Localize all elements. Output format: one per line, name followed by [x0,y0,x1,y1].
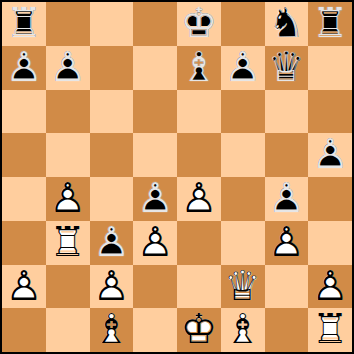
square-b1[interactable] [46,308,90,352]
white-rook-outline: ♖ [46,221,90,265]
square-h5[interactable]: ♟♙ [308,133,352,177]
square-c2[interactable]: ♟♙ [90,265,134,309]
white-queen-outline: ♕ [221,265,265,309]
square-b5[interactable] [46,133,90,177]
square-e8[interactable]: ♚♔ [177,2,221,46]
square-e4[interactable]: ♟♙ [177,177,221,221]
piece-white-bishop[interactable]: ♝♗ [90,308,134,352]
square-b4[interactable]: ♟♙ [46,177,90,221]
square-d7[interactable] [133,46,177,90]
black-pawn-outline: ♙ [46,46,90,90]
piece-white-pawn[interactable]: ♟♙ [2,265,46,309]
square-d6[interactable] [133,90,177,134]
white-king-outline: ♔ [177,308,221,352]
square-d8[interactable] [133,2,177,46]
square-h3[interactable] [308,221,352,265]
piece-black-pawn[interactable]: ♟♙ [221,46,265,90]
black-pawn-outline: ♙ [2,46,46,90]
square-h2[interactable]: ♟♙ [308,265,352,309]
white-pawn-outline: ♙ [308,265,352,309]
piece-black-queen[interactable]: ♛♕ [265,46,309,90]
square-c6[interactable] [90,90,134,134]
square-e5[interactable] [177,133,221,177]
square-g6[interactable] [265,90,309,134]
square-h1[interactable]: ♜♖ [308,308,352,352]
white-pawn-outline: ♙ [177,177,221,221]
piece-black-king[interactable]: ♚♔ [177,2,221,46]
white-pawn-outline: ♙ [265,221,309,265]
square-g5[interactable] [265,133,309,177]
square-g8[interactable]: ♞♘ [265,2,309,46]
piece-black-pawn[interactable]: ♟♙ [46,46,90,90]
square-a2[interactable]: ♟♙ [2,265,46,309]
white-pawn-outline: ♙ [46,177,90,221]
chess-board: ♜♖♚♔♞♘♜♖♟♙♟♙♝♗♟♙♛♕♟♙♟♙♟♙♟♙♟♙♜♖♟♙♟♙♟♙♟♙♟♙… [2,2,352,352]
square-g7[interactable]: ♛♕ [265,46,309,90]
square-g1[interactable] [265,308,309,352]
square-b8[interactable] [46,2,90,46]
black-rook-outline: ♖ [308,2,352,46]
square-c3[interactable]: ♟♙ [90,221,134,265]
black-queen-outline: ♕ [265,46,309,90]
square-a1[interactable] [2,308,46,352]
black-rook-outline: ♖ [2,2,46,46]
square-f8[interactable] [221,2,265,46]
white-rook-outline: ♖ [308,308,352,352]
square-d1[interactable] [133,308,177,352]
square-a5[interactable] [2,133,46,177]
square-f2[interactable]: ♛♕ [221,265,265,309]
square-e6[interactable] [177,90,221,134]
square-a4[interactable] [2,177,46,221]
chess-board-frame: ♜♖♚♔♞♘♜♖♟♙♟♙♝♗♟♙♛♕♟♙♟♙♟♙♟♙♟♙♜♖♟♙♟♙♟♙♟♙♟♙… [0,0,354,354]
square-d2[interactable] [133,265,177,309]
piece-black-knight[interactable]: ♞♘ [265,2,309,46]
piece-black-pawn[interactable]: ♟♙ [90,221,134,265]
black-pawn-outline: ♙ [308,133,352,177]
piece-black-bishop[interactable]: ♝♗ [177,46,221,90]
white-bishop-outline: ♗ [221,308,265,352]
square-d4[interactable]: ♟♙ [133,177,177,221]
black-pawn-outline: ♙ [90,221,134,265]
square-f4[interactable] [221,177,265,221]
square-b3[interactable]: ♜♖ [46,221,90,265]
piece-white-pawn[interactable]: ♟♙ [90,265,134,309]
square-g3[interactable]: ♟♙ [265,221,309,265]
square-e2[interactable] [177,265,221,309]
square-f3[interactable] [221,221,265,265]
square-b7[interactable]: ♟♙ [46,46,90,90]
black-king-outline: ♔ [177,2,221,46]
square-a8[interactable]: ♜♖ [2,2,46,46]
black-bishop-outline: ♗ [177,46,221,90]
square-b6[interactable] [46,90,90,134]
square-g4[interactable]: ♟♙ [265,177,309,221]
white-pawn-outline: ♙ [2,265,46,309]
square-e7[interactable]: ♝♗ [177,46,221,90]
piece-white-pawn[interactable]: ♟♙ [133,221,177,265]
black-pawn-outline: ♙ [133,177,177,221]
square-h7[interactable] [308,46,352,90]
piece-white-pawn[interactable]: ♟♙ [265,221,309,265]
square-f5[interactable] [221,133,265,177]
piece-white-pawn[interactable]: ♟♙ [308,265,352,309]
square-a6[interactable] [2,90,46,134]
piece-white-queen[interactable]: ♛♕ [221,265,265,309]
black-knight-outline: ♘ [265,2,309,46]
white-pawn-outline: ♙ [133,221,177,265]
square-g2[interactable] [265,265,309,309]
piece-white-pawn[interactable]: ♟♙ [46,177,90,221]
square-f1[interactable]: ♝♗ [221,308,265,352]
piece-black-pawn[interactable]: ♟♙ [265,177,309,221]
piece-white-rook[interactable]: ♜♖ [308,308,352,352]
square-b2[interactable] [46,265,90,309]
piece-white-bishop[interactable]: ♝♗ [221,308,265,352]
piece-black-rook[interactable]: ♜♖ [308,2,352,46]
square-f7[interactable]: ♟♙ [221,46,265,90]
piece-black-pawn[interactable]: ♟♙ [308,133,352,177]
white-bishop-outline: ♗ [90,308,134,352]
square-c1[interactable]: ♝♗ [90,308,134,352]
white-pawn-outline: ♙ [90,265,134,309]
square-c8[interactable] [90,2,134,46]
piece-black-pawn[interactable]: ♟♙ [2,46,46,90]
square-c7[interactable] [90,46,134,90]
square-c4[interactable] [90,177,134,221]
piece-white-pawn[interactable]: ♟♙ [177,177,221,221]
piece-white-rook[interactable]: ♜♖ [46,221,90,265]
square-h6[interactable] [308,90,352,134]
piece-white-king[interactable]: ♚♔ [177,308,221,352]
square-a7[interactable]: ♟♙ [2,46,46,90]
square-d5[interactable] [133,133,177,177]
square-c5[interactable] [90,133,134,177]
square-a3[interactable] [2,221,46,265]
piece-black-pawn[interactable]: ♟♙ [133,177,177,221]
square-h4[interactable] [308,177,352,221]
black-pawn-outline: ♙ [221,46,265,90]
piece-black-rook[interactable]: ♜♖ [2,2,46,46]
square-f6[interactable] [221,90,265,134]
square-e3[interactable] [177,221,221,265]
square-e1[interactable]: ♚♔ [177,308,221,352]
square-d3[interactable]: ♟♙ [133,221,177,265]
black-pawn-outline: ♙ [265,177,309,221]
square-h8[interactable]: ♜♖ [308,2,352,46]
